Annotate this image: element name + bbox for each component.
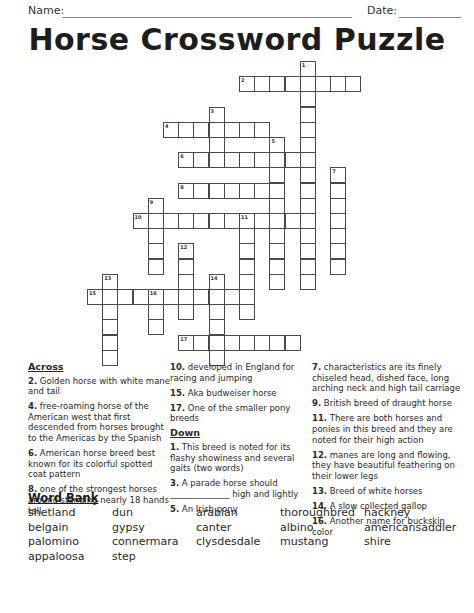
word-bank-word: americansaddler: [364, 521, 448, 536]
grid-cell[interactable]: [148, 319, 164, 335]
grid-cell[interactable]: [300, 152, 316, 168]
grid-cell[interactable]: [269, 167, 285, 183]
grid-cell[interactable]: [300, 259, 316, 275]
grid-cell[interactable]: 7: [330, 167, 346, 183]
word-bank-word: albino: [280, 521, 364, 536]
word-bank-word: clysdesdale: [196, 535, 280, 550]
clue-number: 17: [180, 336, 187, 342]
grid-cell[interactable]: [330, 198, 346, 214]
grid-cell[interactable]: [269, 213, 285, 229]
grid-cell[interactable]: [239, 228, 255, 244]
grid-cell[interactable]: 16: [148, 289, 164, 305]
grid-cell[interactable]: 2: [239, 76, 255, 92]
grid-cell[interactable]: [330, 183, 346, 199]
grid-cell[interactable]: 5: [269, 137, 285, 153]
grid-cell[interactable]: [239, 274, 255, 290]
name-label: Name:: [28, 4, 64, 17]
clue-number: 16: [150, 290, 157, 296]
grid-cell[interactable]: [269, 183, 285, 199]
grid-cell[interactable]: [148, 243, 164, 259]
clue-number: 1: [302, 62, 305, 68]
clue-number: 3: [211, 108, 214, 114]
page-title: Horse Crossword Puzzle: [0, 22, 474, 57]
grid-cell[interactable]: [148, 213, 164, 229]
grid-cell[interactable]: 1: [300, 61, 316, 77]
grid-cell[interactable]: [178, 259, 194, 275]
grid-cell[interactable]: [269, 243, 285, 259]
clue-number: 9: [150, 199, 153, 205]
clue-number: 4: [165, 123, 168, 129]
grid-cell[interactable]: [239, 243, 255, 259]
grid-cell[interactable]: [117, 289, 133, 305]
word-bank-word: canter: [196, 521, 280, 536]
grid-cell[interactable]: [224, 183, 240, 199]
clue-number: 8: [180, 184, 183, 190]
grid-cell[interactable]: [193, 289, 209, 305]
grid-cell[interactable]: [300, 107, 316, 123]
grid-cell[interactable]: [148, 304, 164, 320]
grid-cell[interactable]: [254, 183, 270, 199]
grid-cell[interactable]: [269, 335, 285, 351]
clue-number: 10: [135, 214, 142, 220]
grid-cell[interactable]: 9: [148, 198, 164, 214]
grid-cell[interactable]: [209, 152, 225, 168]
grid-cell[interactable]: 17: [178, 335, 194, 351]
grid-cell[interactable]: [102, 289, 118, 305]
grid-cell[interactable]: 10: [133, 213, 149, 229]
grid-cell[interactable]: 8: [178, 183, 194, 199]
clue: 1. This breed is noted for its flashy sh…: [170, 442, 310, 474]
grid-cell[interactable]: [330, 228, 346, 244]
grid-cell[interactable]: [330, 213, 346, 229]
across-heading: Across: [28, 362, 171, 373]
word-bank-word: palomino: [28, 535, 112, 550]
grid-cell[interactable]: 15: [87, 289, 103, 305]
grid-cell[interactable]: [193, 213, 209, 229]
word-bank-heading: Word Bank: [28, 491, 98, 505]
grid-cell[interactable]: [254, 122, 270, 138]
clue-number: 15: [89, 290, 96, 296]
grid-cell[interactable]: [330, 243, 346, 259]
word-bank-word: gypsy: [112, 521, 196, 536]
across-clues-middle: 10. developed in England for racing and …: [170, 362, 310, 424]
clue: 2. Golden horse with white mane and tail: [28, 376, 171, 397]
name-input-line[interactable]: [62, 5, 352, 18]
clue-number: 14: [211, 275, 218, 281]
word-bank-word: shetland: [28, 506, 112, 521]
grid-cell[interactable]: [178, 304, 194, 320]
clue: 3. A parade horse should ______________ …: [170, 478, 310, 499]
grid-cell[interactable]: [254, 213, 270, 229]
grid-cell[interactable]: [178, 122, 194, 138]
clue: 9. British breed of draught horse: [312, 398, 466, 409]
grid-cell[interactable]: [330, 259, 346, 275]
grid-cell[interactable]: [345, 76, 361, 92]
grid-cell[interactable]: [224, 213, 240, 229]
word-bank-word: mustang: [280, 535, 364, 550]
clue-number: 13: [104, 275, 111, 281]
grid-cell[interactable]: [300, 183, 316, 199]
grid-cell[interactable]: [239, 304, 255, 320]
grid-cell[interactable]: [148, 228, 164, 244]
word-bank-word: step: [112, 550, 196, 565]
grid-cell[interactable]: [285, 152, 301, 168]
grid-cell[interactable]: [193, 122, 209, 138]
grid-cell[interactable]: [148, 259, 164, 275]
grid-cell[interactable]: 12: [178, 243, 194, 259]
grid-cell[interactable]: [239, 259, 255, 275]
grid-cell[interactable]: [330, 76, 346, 92]
grid-cell[interactable]: [209, 183, 225, 199]
grid-cell[interactable]: [102, 319, 118, 335]
grid-cell[interactable]: 4: [163, 122, 179, 138]
grid-cell[interactable]: [209, 289, 225, 305]
worksheet-page: Name: Date: Horse Crossword Puzzle 12345…: [0, 0, 474, 613]
grid-cell[interactable]: [300, 91, 316, 107]
grid-cell[interactable]: [315, 76, 331, 92]
grid-cell[interactable]: [224, 289, 240, 305]
word-bank-word: belgain: [28, 521, 112, 536]
word-bank-word: thoroughbred: [280, 506, 364, 521]
grid-cell[interactable]: 3: [209, 107, 225, 123]
clue-number: 7: [332, 168, 335, 174]
grid-cell[interactable]: 11: [239, 213, 255, 229]
word-bank-list: shetlanddunarabianthoroughbredhackneybel…: [28, 506, 448, 564]
grid-cell[interactable]: [300, 122, 316, 138]
grid-cell[interactable]: [285, 335, 301, 351]
grid-cell[interactable]: [209, 122, 225, 138]
word-bank-word: hackney: [364, 506, 448, 521]
down-heading: Down: [170, 428, 310, 439]
grid-cell[interactable]: [133, 289, 149, 305]
grid-cell[interactable]: [300, 167, 316, 183]
grid-cell[interactable]: [269, 76, 285, 92]
grid-cell[interactable]: [285, 213, 301, 229]
grid-cell[interactable]: [178, 289, 194, 305]
clue: 7. characteristics are its finely chisel…: [312, 362, 466, 394]
grid-cell[interactable]: [269, 274, 285, 290]
word-bank-word: arabian: [196, 506, 280, 521]
grid-cell[interactable]: [163, 213, 179, 229]
grid-cell[interactable]: [209, 319, 225, 335]
grid-cell[interactable]: [269, 228, 285, 244]
clue-number: 12: [180, 244, 187, 250]
clue: 4. free-roaming horse of the American we…: [28, 401, 171, 443]
clue: 15. Aka budweiser horse: [170, 388, 310, 399]
word-bank-word: appaloosa: [28, 550, 112, 565]
word-bank-word: dun: [112, 506, 196, 521]
grid-cell[interactable]: [102, 304, 118, 320]
grid-cell[interactable]: [209, 213, 225, 229]
clue: 10. developed in England for racing and …: [170, 362, 310, 383]
grid-cell[interactable]: [178, 213, 194, 229]
clue-number: 2: [241, 77, 244, 83]
grid-cell[interactable]: [285, 76, 301, 92]
grid-cell[interactable]: 14: [209, 274, 225, 290]
grid-cell[interactable]: [239, 183, 255, 199]
grid-cell[interactable]: [254, 335, 270, 351]
grid-cell[interactable]: [239, 152, 255, 168]
clue: 12. manes are long and flowing, they hav…: [312, 450, 466, 482]
clue-number: 5: [271, 138, 274, 144]
word-bank-word: shire: [364, 535, 448, 550]
grid-cell[interactable]: [163, 289, 179, 305]
grid-cell[interactable]: [209, 304, 225, 320]
date-input-line[interactable]: [399, 5, 461, 18]
down-clues-middle: 1. This breed is noted for its flashy sh…: [170, 442, 310, 515]
clue-number: 11: [241, 214, 248, 220]
grid-cell[interactable]: [300, 76, 316, 92]
grid-cell[interactable]: [193, 152, 209, 168]
grid-cell[interactable]: [300, 274, 316, 290]
grid-cell[interactable]: [269, 259, 285, 275]
grid-cell[interactable]: [239, 122, 255, 138]
clue: 13. Breed of white horses: [312, 486, 466, 497]
grid-cell[interactable]: [300, 198, 316, 214]
grid-cell[interactable]: [254, 76, 270, 92]
grid-cell[interactable]: 6: [178, 152, 194, 168]
grid-cell[interactable]: [300, 243, 316, 259]
clue: 17. One of the smaller pony breeds: [170, 403, 310, 424]
grid-cell[interactable]: [193, 335, 209, 351]
clue-column-middle: 10. developed in England for racing and …: [170, 362, 310, 519]
clue-number: 6: [180, 153, 183, 159]
grid-cell[interactable]: [239, 289, 255, 305]
grid-cell[interactable]: [254, 152, 270, 168]
grid-cell[interactable]: [239, 335, 255, 351]
grid-cell[interactable]: [300, 137, 316, 153]
clue: 6. American horse breed best known for i…: [28, 448, 171, 480]
grid-cell[interactable]: [178, 274, 194, 290]
grid-cell[interactable]: [224, 122, 240, 138]
grid-cell[interactable]: [102, 335, 118, 351]
word-bank-word: connermara: [112, 535, 196, 550]
grid-cell[interactable]: [269, 152, 285, 168]
grid-cell[interactable]: [224, 335, 240, 351]
grid-cell[interactable]: [193, 183, 209, 199]
grid-cell[interactable]: [224, 152, 240, 168]
grid-cell[interactable]: [269, 198, 285, 214]
clue: 11. There are both horses and ponies in …: [312, 413, 466, 445]
date-label: Date:: [367, 4, 397, 17]
grid-cell[interactable]: [300, 213, 316, 229]
grid-cell[interactable]: [209, 335, 225, 351]
grid-cell[interactable]: 13: [102, 274, 118, 290]
grid-cell[interactable]: [209, 137, 225, 153]
grid-cell[interactable]: [300, 228, 316, 244]
